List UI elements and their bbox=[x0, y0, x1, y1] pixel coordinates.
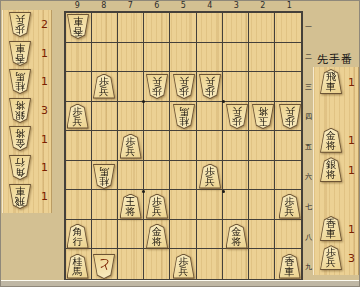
piece-sente-lance-1-9[interactable]: 香車 bbox=[279, 254, 301, 279]
cell-5-1[interactable] bbox=[170, 13, 196, 43]
column-label-4: 4 bbox=[203, 1, 217, 10]
cell-5-6[interactable] bbox=[170, 161, 196, 191]
gote-hand-slot-pawn: 歩兵2 bbox=[3, 10, 51, 39]
column-label-5: 5 bbox=[176, 1, 190, 10]
piece-sente-gold-3-8[interactable]: 金将 bbox=[226, 224, 248, 249]
turn-indicator: 先手番 bbox=[309, 52, 360, 67]
cell-3-3[interactable] bbox=[223, 72, 249, 102]
cell-7-8[interactable] bbox=[118, 220, 144, 250]
sente-hand-slot-gold: 金将1 bbox=[314, 126, 358, 155]
cell-7-9[interactable] bbox=[118, 249, 144, 279]
cell-9-6[interactable] bbox=[66, 161, 92, 191]
cell-5-7[interactable] bbox=[170, 190, 196, 220]
sente-hand-pawn-count: 3 bbox=[348, 252, 355, 265]
gote-hand-slot-lance: 香車1 bbox=[3, 39, 51, 68]
piece-sente-pawn-6-7[interactable]: 歩兵 bbox=[146, 194, 168, 219]
cell-6-5[interactable] bbox=[144, 131, 170, 161]
cell-1-5[interactable] bbox=[275, 131, 301, 161]
cell-3-6[interactable] bbox=[223, 161, 249, 191]
sente-hand-rook-count: 1 bbox=[348, 75, 355, 88]
cell-2-3[interactable] bbox=[249, 72, 275, 102]
piece-sente-pawn-7-5[interactable]: 歩兵 bbox=[120, 134, 142, 159]
column-label-9: 9 bbox=[70, 1, 84, 10]
gote-hand-slot-bishop: 角行1 bbox=[3, 153, 51, 182]
gote-hand-pawn-count: 2 bbox=[41, 18, 48, 31]
gote-hand-lance[interactable]: 香車 bbox=[9, 41, 31, 66]
gote-hand-slot-gold: 金将1 bbox=[3, 124, 51, 153]
cell-4-7[interactable] bbox=[197, 190, 223, 220]
sente-hand-slot-knight bbox=[314, 185, 358, 214]
column-label-3: 3 bbox=[229, 1, 243, 10]
piece-sente-pawn-8-3[interactable]: 歩兵 bbox=[93, 74, 115, 99]
piece-gote-pawn-6-3[interactable]: 歩兵 bbox=[146, 74, 168, 99]
gote-hand-slot-silver: 銀将3 bbox=[3, 96, 51, 125]
gote-hand-bishop-count: 1 bbox=[41, 161, 48, 174]
cell-7-1[interactable] bbox=[118, 13, 144, 43]
cell-4-2[interactable] bbox=[197, 43, 223, 73]
row-label-2: 二 bbox=[303, 52, 314, 62]
cell-5-8[interactable] bbox=[170, 220, 196, 250]
cell-4-9[interactable] bbox=[197, 249, 223, 279]
gote-hand-gold-count: 1 bbox=[41, 132, 48, 145]
cell-6-1[interactable] bbox=[144, 13, 170, 43]
cell-3-5[interactable] bbox=[223, 131, 249, 161]
piece-gote-pawn-5-3[interactable]: 歩兵 bbox=[173, 74, 195, 99]
piece-sente-king-7-7[interactable]: 王将 bbox=[120, 194, 142, 219]
sente-hand-gold[interactable]: 金将 bbox=[320, 128, 342, 153]
cell-5-2[interactable] bbox=[170, 43, 196, 73]
cell-4-4[interactable] bbox=[197, 102, 223, 132]
sente-hand-slot-rook: 飛車1 bbox=[314, 67, 358, 96]
sente-hand-slot-silver: 銀将1 bbox=[314, 155, 358, 184]
gote-hand-gold[interactable]: 金将 bbox=[9, 126, 31, 151]
cell-6-2[interactable] bbox=[144, 43, 170, 73]
cell-4-1[interactable] bbox=[197, 13, 223, 43]
cell-2-7[interactable] bbox=[249, 190, 275, 220]
cell-1-2[interactable] bbox=[275, 43, 301, 73]
piece-gote-pawn-4-3[interactable]: 歩兵 bbox=[199, 74, 221, 99]
piece-gote-knight-5-4[interactable]: 桂馬 bbox=[173, 104, 195, 129]
cell-2-5[interactable] bbox=[249, 131, 275, 161]
gote-hand-slot-knight: 桂馬1 bbox=[3, 67, 51, 96]
piece-sente-knight-9-9[interactable]: 桂馬 bbox=[67, 254, 89, 279]
cell-2-2[interactable] bbox=[249, 43, 275, 73]
cell-1-6[interactable] bbox=[275, 161, 301, 191]
sente-hand-slot-pawn: 歩兵3 bbox=[314, 243, 358, 272]
star-point bbox=[142, 100, 145, 103]
gote-hand-rook[interactable]: 飛車 bbox=[9, 184, 31, 209]
cell-9-2[interactable] bbox=[66, 43, 92, 73]
piece-gote-tokin-8-9[interactable]: と bbox=[93, 254, 115, 279]
sente-hand-pawn[interactable]: 歩兵 bbox=[320, 245, 342, 270]
piece-gote-knight-8-6[interactable]: 桂馬 bbox=[93, 164, 115, 189]
cell-8-7[interactable] bbox=[92, 190, 118, 220]
sente-hand-slot-bishop bbox=[314, 96, 358, 125]
cell-2-1[interactable] bbox=[249, 13, 275, 43]
cell-1-3[interactable] bbox=[275, 72, 301, 102]
board-area: 香車歩兵歩兵歩兵歩兵歩兵桂馬歩兵玉将歩兵歩兵桂馬歩兵王将歩兵歩兵角行金将金将桂馬… bbox=[64, 11, 303, 281]
gote-captured-tray: 歩兵2香車1桂馬1銀将3金将1角行1飛車1 bbox=[2, 10, 52, 213]
gote-hand-silver[interactable]: 銀将 bbox=[9, 98, 31, 123]
sente-hand-silver-count: 1 bbox=[348, 163, 355, 176]
piece-sente-pawn-5-9[interactable]: 歩兵 bbox=[173, 254, 195, 279]
sente-captured-tray: 飛車1金将1銀将1香車1歩兵3 bbox=[313, 67, 359, 275]
cell-6-4[interactable] bbox=[144, 102, 170, 132]
window-bottom-edge bbox=[1, 280, 359, 286]
piece-gote-pawn-1-4[interactable]: 歩兵 bbox=[279, 104, 301, 129]
cell-7-3[interactable] bbox=[118, 72, 144, 102]
star-point bbox=[222, 100, 225, 103]
cell-8-2[interactable] bbox=[92, 43, 118, 73]
cell-8-1[interactable] bbox=[92, 13, 118, 43]
column-label-1: 1 bbox=[282, 1, 296, 10]
cell-7-2[interactable] bbox=[118, 43, 144, 73]
cell-9-7[interactable] bbox=[66, 190, 92, 220]
piece-gote-pawn-3-4[interactable]: 歩兵 bbox=[226, 104, 248, 129]
sente-hand-lance[interactable]: 香車 bbox=[320, 216, 342, 241]
sente-hand-silver[interactable]: 銀将 bbox=[320, 157, 342, 182]
cell-4-8[interactable] bbox=[197, 220, 223, 250]
cell-9-3[interactable] bbox=[66, 72, 92, 102]
cell-2-9[interactable] bbox=[249, 249, 275, 279]
cell-5-5[interactable] bbox=[170, 131, 196, 161]
piece-gote-king-2-4[interactable]: 玉将 bbox=[252, 104, 274, 129]
piece-sente-pawn-1-7[interactable]: 歩兵 bbox=[279, 194, 301, 219]
cell-6-6[interactable] bbox=[144, 161, 170, 191]
piece-sente-pawn-9-4[interactable]: 歩兵 bbox=[67, 104, 89, 129]
cell-7-4[interactable] bbox=[118, 102, 144, 132]
column-label-7: 7 bbox=[123, 1, 137, 10]
cell-8-5[interactable] bbox=[92, 131, 118, 161]
sente-hand-rook[interactable]: 飛車 bbox=[320, 69, 342, 94]
star-point bbox=[142, 190, 145, 193]
gote-hand-knight[interactable]: 桂馬 bbox=[9, 69, 31, 94]
piece-sente-gold-6-8[interactable]: 金将 bbox=[146, 224, 168, 249]
cell-2-6[interactable] bbox=[249, 161, 275, 191]
cell-8-4[interactable] bbox=[92, 102, 118, 132]
shogi-board bbox=[64, 11, 303, 281]
gote-hand-lance-count: 1 bbox=[41, 46, 48, 59]
gote-hand-pawn[interactable]: 歩兵 bbox=[9, 12, 31, 37]
gote-hand-knight-count: 1 bbox=[41, 75, 48, 88]
shogi-app-window: 先手番 987654321 一二三四五六七八九 歩兵2香車1桂馬1銀将3金将1角… bbox=[0, 0, 360, 287]
cell-3-2[interactable] bbox=[223, 43, 249, 73]
cell-3-1[interactable] bbox=[223, 13, 249, 43]
cell-9-5[interactable] bbox=[66, 131, 92, 161]
sente-hand-gold-count: 1 bbox=[348, 134, 355, 147]
row-label-1: 一 bbox=[303, 22, 314, 32]
cell-3-9[interactable] bbox=[223, 249, 249, 279]
cell-8-8[interactable] bbox=[92, 220, 118, 250]
gote-hand-silver-count: 3 bbox=[41, 104, 48, 117]
cell-2-8[interactable] bbox=[249, 220, 275, 250]
cell-3-7[interactable] bbox=[223, 190, 249, 220]
column-label-6: 6 bbox=[150, 1, 164, 10]
piece-sente-pawn-4-6[interactable]: 歩兵 bbox=[199, 164, 221, 189]
piece-gote-lance-9-1[interactable]: 香車 bbox=[67, 14, 89, 39]
cell-1-1[interactable] bbox=[275, 13, 301, 43]
gote-hand-bishop[interactable]: 角行 bbox=[9, 155, 31, 180]
star-point bbox=[222, 190, 225, 193]
piece-sente-bishop-9-8[interactable]: 角行 bbox=[67, 224, 89, 249]
cell-1-8[interactable] bbox=[275, 220, 301, 250]
sente-hand-lance-count: 1 bbox=[348, 222, 355, 235]
cell-6-9[interactable] bbox=[144, 249, 170, 279]
sente-hand-slot-lance: 香車1 bbox=[314, 214, 358, 243]
column-label-8: 8 bbox=[97, 1, 111, 10]
column-label-2: 2 bbox=[256, 1, 270, 10]
gote-hand-slot-rook: 飛車1 bbox=[3, 182, 51, 211]
gote-hand-rook-count: 1 bbox=[41, 189, 48, 202]
cell-4-5[interactable] bbox=[197, 131, 223, 161]
cell-7-6[interactable] bbox=[118, 161, 144, 191]
